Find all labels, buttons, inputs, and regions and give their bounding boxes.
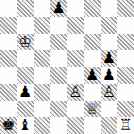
square-a6[interactable] [0, 34, 17, 51]
square-d7[interactable] [50, 17, 67, 34]
piece-black-pawn[interactable]: ♟ [102, 67, 116, 84]
square-b5[interactable] [17, 50, 34, 67]
square-a7[interactable] [0, 17, 17, 34]
square-f8[interactable] [84, 0, 101, 17]
square-b2[interactable] [17, 101, 34, 118]
square-b1[interactable]: ♝ [17, 117, 34, 134]
square-f6[interactable] [84, 34, 101, 51]
square-h3[interactable] [117, 84, 134, 101]
piece-black-bishop[interactable]: ♝ [18, 117, 32, 134]
chess-board: ♟♔♟♟♟♟♙♙♕♚♝♖ [0, 0, 134, 134]
piece-black-pawn[interactable]: ♟ [18, 84, 32, 101]
square-h2[interactable] [117, 101, 134, 118]
square-e2[interactable] [67, 101, 84, 118]
square-c6[interactable] [34, 34, 51, 51]
square-h6[interactable] [117, 34, 134, 51]
square-d3[interactable] [50, 84, 67, 101]
piece-black-pawn[interactable]: ♟ [102, 50, 116, 67]
square-b4[interactable] [17, 67, 34, 84]
piece-black-pawn[interactable]: ♟ [52, 0, 66, 17]
square-d8[interactable]: ♟ [50, 0, 67, 17]
piece-white-king[interactable]: ♔ [18, 34, 32, 51]
square-g6[interactable] [101, 34, 118, 51]
square-e7[interactable] [67, 17, 84, 34]
square-d6[interactable] [50, 34, 67, 51]
square-b7[interactable] [17, 17, 34, 34]
piece-white-pawn[interactable]: ♙ [68, 84, 82, 101]
square-h1[interactable]: ♖ [117, 117, 134, 134]
square-f2[interactable]: ♕ [84, 101, 101, 118]
square-f7[interactable] [84, 17, 101, 34]
square-a3[interactable] [0, 84, 17, 101]
square-b8[interactable] [17, 0, 34, 17]
square-h4[interactable] [117, 67, 134, 84]
square-g3[interactable]: ♙ [101, 84, 118, 101]
square-c8[interactable] [34, 0, 51, 17]
piece-white-rook[interactable]: ♖ [119, 117, 133, 134]
square-a4[interactable] [0, 67, 17, 84]
square-c3[interactable] [34, 84, 51, 101]
piece-black-pawn[interactable]: ♟ [85, 67, 99, 84]
square-f4[interactable]: ♟ [84, 67, 101, 84]
square-g5[interactable]: ♟ [101, 50, 118, 67]
square-a8[interactable] [0, 0, 17, 17]
square-e3[interactable]: ♙ [67, 84, 84, 101]
square-f3[interactable] [84, 84, 101, 101]
square-c1[interactable] [34, 117, 51, 134]
square-g7[interactable] [101, 17, 118, 34]
square-f1[interactable] [84, 117, 101, 134]
piece-black-king[interactable]: ♚ [1, 117, 15, 134]
square-d1[interactable] [50, 117, 67, 134]
square-e8[interactable] [67, 0, 84, 17]
square-h8[interactable] [117, 0, 134, 17]
square-a5[interactable] [0, 50, 17, 67]
square-g2[interactable] [101, 101, 118, 118]
square-e1[interactable] [67, 117, 84, 134]
piece-white-queen[interactable]: ♕ [85, 101, 99, 118]
square-c5[interactable] [34, 50, 51, 67]
square-f5[interactable] [84, 50, 101, 67]
square-d2[interactable] [50, 101, 67, 118]
square-h7[interactable] [117, 17, 134, 34]
square-g4[interactable]: ♟ [101, 67, 118, 84]
square-c2[interactable] [34, 101, 51, 118]
square-e4[interactable] [67, 67, 84, 84]
square-a2[interactable] [0, 101, 17, 118]
square-e6[interactable] [67, 34, 84, 51]
square-a1[interactable]: ♚ [0, 117, 17, 134]
square-d4[interactable] [50, 67, 67, 84]
piece-white-pawn[interactable]: ♙ [102, 84, 116, 101]
square-g1[interactable] [101, 117, 118, 134]
square-e5[interactable] [67, 50, 84, 67]
square-b3[interactable]: ♟ [17, 84, 34, 101]
square-c7[interactable] [34, 17, 51, 34]
square-h5[interactable] [117, 50, 134, 67]
square-g8[interactable] [101, 0, 118, 17]
square-b6[interactable]: ♔ [17, 34, 34, 51]
square-c4[interactable] [34, 67, 51, 84]
square-d5[interactable] [50, 50, 67, 67]
